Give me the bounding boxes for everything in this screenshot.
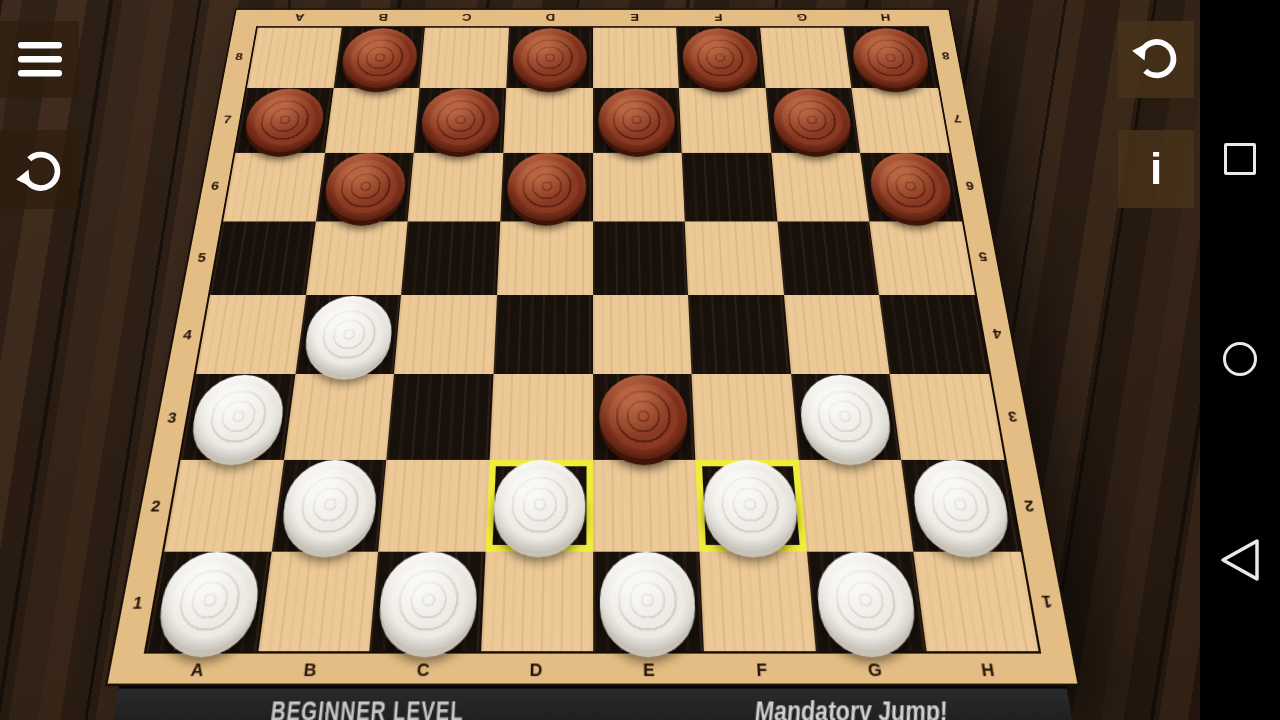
square-d1[interactable]	[481, 551, 593, 651]
nav-recents-button[interactable]	[1224, 143, 1256, 175]
file-label: H	[929, 654, 1047, 684]
squares-grid	[144, 26, 1042, 653]
square-c6[interactable]	[408, 152, 503, 221]
white-piece-c1[interactable]	[377, 552, 479, 650]
square-e7[interactable]	[593, 88, 682, 152]
file-label: B	[252, 654, 368, 684]
file-label: A	[138, 654, 256, 684]
white-piece-b2[interactable]	[278, 460, 379, 551]
status-bar: BEGINNER LEVEL Mandatory Jump!	[97, 686, 1087, 720]
restart-button[interactable]	[0, 130, 79, 209]
square-b7[interactable]	[325, 88, 420, 152]
square-d3[interactable]	[490, 374, 593, 459]
red-piece-d8[interactable]	[512, 28, 587, 88]
recents-square-icon	[1224, 143, 1256, 175]
file-label: E	[593, 654, 707, 684]
square-b4[interactable]	[295, 295, 401, 374]
file-label: F	[705, 654, 820, 684]
square-a6[interactable]	[223, 152, 325, 221]
square-e6[interactable]	[593, 152, 685, 221]
restart-icon	[15, 145, 65, 195]
file-label: E	[593, 10, 677, 26]
info-button[interactable]: i	[1118, 130, 1194, 208]
square-a5[interactable]	[210, 221, 315, 295]
file-label: H	[843, 10, 929, 26]
android-nav-bar	[1200, 0, 1280, 720]
square-a4[interactable]	[196, 295, 306, 374]
file-label: G	[759, 10, 845, 26]
white-piece-d2[interactable]	[492, 460, 585, 551]
square-c5[interactable]	[401, 221, 500, 295]
white-piece-a3[interactable]	[187, 375, 288, 459]
square-g8[interactable]	[760, 28, 852, 88]
square-g4[interactable]	[784, 295, 890, 374]
square-e5[interactable]	[593, 221, 689, 295]
red-piece-e3[interactable]	[599, 375, 689, 459]
white-piece-e1[interactable]	[599, 552, 696, 650]
board: ABCDEFGH ABCDEFGH 87654321 87654321 BEGI…	[105, 8, 1080, 686]
red-piece-a7[interactable]	[241, 88, 327, 152]
square-e1[interactable]	[593, 551, 705, 651]
menu-button[interactable]	[0, 21, 79, 98]
square-d4[interactable]	[493, 295, 592, 374]
file-label: C	[365, 654, 480, 684]
square-d5[interactable]	[497, 221, 593, 295]
white-piece-h2[interactable]	[908, 460, 1014, 551]
red-piece-e7[interactable]	[598, 88, 676, 152]
square-f3[interactable]	[692, 374, 799, 459]
red-piece-b8[interactable]	[339, 28, 420, 88]
red-piece-d6[interactable]	[506, 153, 587, 221]
white-piece-g1[interactable]	[814, 552, 920, 650]
red-piece-g7[interactable]	[771, 88, 854, 152]
file-label: D	[479, 654, 593, 684]
red-piece-b6[interactable]	[322, 153, 409, 221]
info-icon: i	[1150, 147, 1162, 191]
square-c7[interactable]	[414, 88, 506, 152]
hamburger-icon	[16, 40, 64, 80]
square-g7[interactable]	[765, 88, 860, 152]
square-f7[interactable]	[679, 88, 771, 152]
square-a8[interactable]	[247, 28, 341, 88]
home-circle-icon	[1223, 342, 1257, 376]
square-h5[interactable]	[870, 221, 975, 295]
white-piece-g3[interactable]	[797, 375, 894, 459]
red-piece-h8[interactable]	[849, 28, 932, 88]
square-b8[interactable]	[333, 28, 425, 88]
file-label: C	[424, 10, 509, 26]
square-g1[interactable]	[807, 551, 927, 651]
square-h7[interactable]	[852, 88, 950, 152]
square-c8[interactable]	[420, 28, 509, 88]
square-e3[interactable]	[593, 374, 696, 459]
square-g5[interactable]	[777, 221, 879, 295]
file-labels-top: ABCDEFGH	[256, 10, 929, 26]
level-label: BEGINNER LEVEL	[269, 695, 465, 720]
square-b1[interactable]	[258, 551, 378, 651]
square-h6[interactable]	[860, 152, 962, 221]
file-label: F	[676, 10, 761, 26]
file-label: G	[817, 654, 933, 684]
nav-back-button[interactable]	[1219, 538, 1261, 582]
board-frame: ABCDEFGH ABCDEFGH 87654321 87654321	[105, 8, 1080, 686]
square-b5[interactable]	[306, 221, 408, 295]
square-b6[interactable]	[315, 152, 413, 221]
square-e8[interactable]	[593, 28, 679, 88]
red-piece-h6[interactable]	[866, 153, 956, 221]
square-c4[interactable]	[394, 295, 497, 374]
square-d6[interactable]	[500, 152, 592, 221]
undo-button[interactable]	[1118, 21, 1194, 98]
white-piece-f2[interactable]	[702, 460, 799, 551]
square-a3[interactable]	[181, 374, 295, 459]
square-f5[interactable]	[685, 221, 784, 295]
file-label: D	[508, 10, 592, 26]
square-d8[interactable]	[506, 28, 592, 88]
square-e2[interactable]	[593, 459, 700, 551]
square-h3[interactable]	[890, 374, 1004, 459]
nav-home-button[interactable]	[1222, 341, 1258, 377]
file-label: B	[340, 10, 426, 26]
square-h8[interactable]	[844, 28, 938, 88]
square-e4[interactable]	[593, 295, 692, 374]
square-g2[interactable]	[798, 459, 913, 551]
square-c3[interactable]	[387, 374, 494, 459]
square-c1[interactable]	[369, 551, 485, 651]
mandatory-jump-message: Mandatory Jump!	[753, 695, 949, 720]
square-f1[interactable]	[700, 551, 816, 651]
file-labels-bottom: ABCDEFGH	[138, 654, 1046, 684]
square-a1[interactable]	[146, 551, 271, 651]
square-f8[interactable]	[676, 28, 765, 88]
square-b3[interactable]	[284, 374, 395, 459]
square-h4[interactable]	[879, 295, 989, 374]
back-triangle-icon	[1219, 538, 1261, 582]
square-f4[interactable]	[688, 295, 791, 374]
red-piece-f8[interactable]	[682, 28, 760, 88]
app-screen: ABCDEFGH ABCDEFGH 87654321 87654321 BEGI…	[0, 0, 1280, 720]
white-piece-b4[interactable]	[302, 295, 395, 373]
square-d7[interactable]	[503, 88, 592, 152]
square-g6[interactable]	[771, 152, 869, 221]
square-h1[interactable]	[914, 551, 1039, 651]
square-b2[interactable]	[271, 459, 386, 551]
red-piece-c7[interactable]	[420, 88, 501, 152]
square-c2[interactable]	[378, 459, 489, 551]
square-h2[interactable]	[901, 459, 1020, 551]
square-f2[interactable]	[695, 459, 806, 551]
square-g3[interactable]	[791, 374, 902, 459]
square-a2[interactable]	[164, 459, 283, 551]
square-d2[interactable]	[485, 459, 592, 551]
square-f6[interactable]	[682, 152, 777, 221]
undo-icon	[1131, 35, 1181, 85]
white-piece-a1[interactable]	[154, 552, 264, 650]
square-a7[interactable]	[235, 88, 333, 152]
file-label: A	[256, 10, 342, 26]
